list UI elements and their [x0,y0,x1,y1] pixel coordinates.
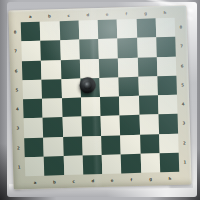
file-label: b [40,11,60,21]
square-g8[interactable] [136,18,156,38]
square-f5[interactable] [119,77,139,97]
square-c3[interactable] [62,117,82,137]
file-label: h [155,8,175,18]
square-d2[interactable] [82,135,102,155]
file-label: f [117,9,137,19]
square-f6[interactable] [118,57,138,77]
square-f1[interactable] [121,154,141,174]
square-b2[interactable] [43,137,63,157]
square-a6[interactable] [22,60,42,80]
black-pawn[interactable]: ♟ [80,77,96,93]
rank-label: 1 [15,157,24,176]
square-e4[interactable] [100,96,120,116]
square-g1[interactable] [140,153,160,173]
chess-board: abcdefgh abcdefgh 87654321 87654321 ♟ [8,5,191,189]
square-e1[interactable] [102,154,122,174]
rank-label: 3 [180,114,189,133]
square-b1[interactable] [44,156,64,176]
square-c4[interactable] [62,98,82,118]
square-b3[interactable] [43,117,63,137]
square-h8[interactable] [155,18,175,38]
square-e3[interactable] [101,116,121,136]
square-d3[interactable] [81,116,101,136]
square-h3[interactable] [158,114,178,134]
file-label: g [141,174,161,184]
square-a8[interactable] [21,22,41,42]
square-h4[interactable] [158,95,178,115]
file-label: g [136,8,156,18]
square-c6[interactable] [60,59,80,79]
file-label: c [64,177,84,187]
square-f2[interactable] [120,134,140,154]
square-a4[interactable] [23,99,43,119]
file-label: d [83,176,103,186]
file-label: h [160,174,180,184]
square-e8[interactable] [98,19,118,39]
rank-label: 6 [12,61,21,80]
square-h7[interactable] [156,37,176,57]
square-e2[interactable] [101,135,121,155]
rank-label: 8 [177,17,186,36]
rank-label: 4 [13,99,22,118]
file-label: a [20,12,40,22]
square-f3[interactable] [120,115,140,135]
square-g2[interactable] [140,134,160,154]
square-d8[interactable] [78,20,98,40]
square-h6[interactable] [157,56,177,76]
square-d4[interactable] [81,97,101,117]
square-c5[interactable] [61,78,81,98]
square-g6[interactable] [137,57,157,77]
rank-label: 8 [11,22,20,41]
rank-label: 2 [14,138,23,157]
square-b6[interactable] [41,60,61,80]
square-b8[interactable] [40,21,60,41]
square-e7[interactable] [98,39,118,59]
file-label: f [122,175,142,185]
rank-label: 5 [12,80,21,99]
file-label: a [25,178,45,188]
square-b7[interactable] [41,40,61,60]
square-g5[interactable] [138,76,158,96]
rank-label: 3 [14,119,23,138]
square-h5[interactable] [157,75,177,95]
square-h2[interactable] [159,133,179,153]
rank-label: 2 [180,133,189,152]
square-c8[interactable] [59,21,79,41]
square-a3[interactable] [24,118,44,138]
rank-label: 1 [181,152,190,171]
square-d6[interactable] [80,59,100,79]
square-g3[interactable] [139,115,159,135]
rank-label: 7 [177,37,186,56]
square-a2[interactable] [24,137,44,157]
rank-label: 4 [179,94,188,113]
file-label: c [59,11,79,21]
square-e6[interactable] [99,58,119,78]
file-labels-bottom: abcdefgh [25,174,179,188]
square-c7[interactable] [60,40,80,60]
file-label: e [97,9,117,19]
square-g7[interactable] [137,38,157,58]
square-d7[interactable] [79,39,99,59]
piece-glyph: ♟ [80,77,96,93]
file-label: d [78,10,98,20]
rank-label: 7 [11,42,20,61]
square-h1[interactable] [159,152,179,172]
square-d1[interactable] [82,155,102,175]
square-b4[interactable] [42,98,62,118]
square-b5[interactable] [42,79,62,99]
square-g4[interactable] [138,95,158,115]
square-e5[interactable] [99,77,119,97]
board-grid: ♟ [21,18,180,177]
square-f8[interactable] [117,19,137,39]
square-f7[interactable] [118,38,138,58]
square-f4[interactable] [119,96,139,116]
file-label: b [45,177,65,187]
rank-label: 6 [178,56,187,75]
rank-label: 5 [178,75,187,94]
square-a7[interactable] [21,41,41,61]
file-label: e [102,175,122,185]
square-a5[interactable] [22,79,42,99]
square-c2[interactable] [63,136,83,156]
photo-background: abcdefgh abcdefgh 87654321 87654321 ♟ [0,0,200,200]
square-a1[interactable] [25,156,45,176]
square-c1[interactable] [63,155,83,175]
